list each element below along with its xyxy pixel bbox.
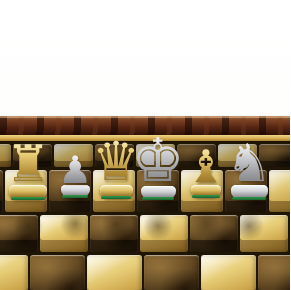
board-square-gold [201, 255, 256, 290]
king-felt-pad [142, 197, 174, 200]
board-row [0, 212, 290, 252]
board-square-gold [140, 215, 188, 252]
board-square-brown [258, 255, 291, 290]
board-square-brown [190, 215, 238, 252]
knight-glyph: ♞ [226, 137, 273, 189]
board-square-brown [0, 215, 38, 252]
board-square-gold [240, 215, 288, 252]
knight-felt-pad [232, 197, 266, 200]
board-square-gold [0, 255, 28, 290]
chess-piece-silver-knight: ♞ [217, 137, 281, 199]
chess-set-photo: ♜♟♛♚♝♞ [0, 0, 290, 290]
board-row [0, 252, 290, 290]
board-square-brown [90, 215, 138, 252]
board-square-gold [40, 215, 88, 252]
rook-felt-pad [11, 197, 46, 200]
bishop-felt-pad [192, 195, 220, 198]
board-square-brown [144, 255, 199, 290]
board-square-brown [30, 255, 85, 290]
board-square-gold [87, 255, 142, 290]
